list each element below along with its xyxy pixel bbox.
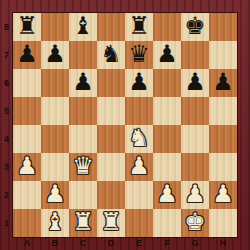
black-knight: ♞ <box>97 41 125 69</box>
square-g5[interactable] <box>181 97 209 125</box>
black-pawn: ♟ <box>125 69 153 97</box>
black-queen: ♛ <box>125 41 153 69</box>
square-b1[interactable]: ♝ <box>41 209 69 237</box>
file-label-f: F <box>153 237 181 250</box>
square-c8[interactable]: ♝ <box>69 13 97 41</box>
square-b8[interactable] <box>41 13 69 41</box>
square-g3[interactable] <box>181 153 209 181</box>
rank-label-8: 8 <box>0 13 13 41</box>
square-b3[interactable] <box>41 153 69 181</box>
black-king: ♚ <box>181 13 209 41</box>
square-g6[interactable]: ♟ <box>181 69 209 97</box>
black-pawn: ♟ <box>69 69 97 97</box>
square-d4[interactable] <box>97 125 125 153</box>
square-h3[interactable] <box>209 153 237 181</box>
square-f1[interactable] <box>153 209 181 237</box>
white-rook: ♜ <box>69 209 97 237</box>
file-label-c: C <box>69 237 97 250</box>
black-rook: ♜ <box>13 13 41 41</box>
square-h8[interactable] <box>209 13 237 41</box>
square-a6[interactable] <box>13 69 41 97</box>
square-d8[interactable] <box>97 13 125 41</box>
square-c4[interactable] <box>69 125 97 153</box>
black-pawn: ♟ <box>209 69 237 97</box>
square-f6[interactable] <box>153 69 181 97</box>
square-d6[interactable] <box>97 69 125 97</box>
square-f7[interactable]: ♟ <box>153 41 181 69</box>
square-h2[interactable]: ♟ <box>209 181 237 209</box>
square-c1[interactable]: ♜ <box>69 209 97 237</box>
square-b4[interactable] <box>41 125 69 153</box>
square-b5[interactable] <box>41 97 69 125</box>
white-king: ♚ <box>181 209 209 237</box>
black-pawn: ♟ <box>41 41 69 69</box>
square-f2[interactable]: ♟ <box>153 181 181 209</box>
file-labels: ABCDEFGH <box>13 237 237 250</box>
square-d2[interactable] <box>97 181 125 209</box>
square-e3[interactable]: ♟ <box>125 153 153 181</box>
square-c7[interactable] <box>69 41 97 69</box>
chess-board: ♜♝♜♚♟♟♞♛♟♟♟♟♟♞♟♛♟♟♟♟♟♝♜♜♚ <box>13 13 237 237</box>
square-e8[interactable]: ♜ <box>125 13 153 41</box>
black-bishop: ♝ <box>69 13 97 41</box>
white-pawn: ♟ <box>181 181 209 209</box>
white-pawn: ♟ <box>209 181 237 209</box>
rank-label-4: 4 <box>0 125 13 153</box>
white-queen: ♛ <box>69 153 97 181</box>
rank-label-2: 2 <box>0 181 13 209</box>
white-bishop: ♝ <box>41 209 69 237</box>
chessboard-frame: 87654321 ♜♝♜♚♟♟♞♛♟♟♟♟♟♞♟♛♟♟♟♟♟♝♜♜♚ ABCDE… <box>0 0 250 250</box>
white-pawn: ♟ <box>13 153 41 181</box>
square-a8[interactable]: ♜ <box>13 13 41 41</box>
square-f3[interactable] <box>153 153 181 181</box>
square-a1[interactable] <box>13 209 41 237</box>
square-b7[interactable]: ♟ <box>41 41 69 69</box>
square-d7[interactable]: ♞ <box>97 41 125 69</box>
square-g2[interactable]: ♟ <box>181 181 209 209</box>
square-d1[interactable]: ♜ <box>97 209 125 237</box>
white-pawn: ♟ <box>153 181 181 209</box>
rank-labels: 87654321 <box>0 13 13 237</box>
file-label-b: B <box>41 237 69 250</box>
rank-label-1: 1 <box>0 209 13 237</box>
white-knight: ♞ <box>125 125 153 153</box>
square-c3[interactable]: ♛ <box>69 153 97 181</box>
white-pawn: ♟ <box>125 153 153 181</box>
white-pawn: ♟ <box>41 181 69 209</box>
square-h4[interactable] <box>209 125 237 153</box>
square-d5[interactable] <box>97 97 125 125</box>
file-label-h: H <box>209 237 237 250</box>
square-e1[interactable] <box>125 209 153 237</box>
file-label-a: A <box>13 237 41 250</box>
square-a2[interactable] <box>13 181 41 209</box>
square-e6[interactable]: ♟ <box>125 69 153 97</box>
square-c5[interactable] <box>69 97 97 125</box>
square-d3[interactable] <box>97 153 125 181</box>
square-c6[interactable]: ♟ <box>69 69 97 97</box>
file-label-d: D <box>97 237 125 250</box>
square-a3[interactable]: ♟ <box>13 153 41 181</box>
rank-label-7: 7 <box>0 41 13 69</box>
rank-label-5: 5 <box>0 97 13 125</box>
white-rook: ♜ <box>97 209 125 237</box>
black-rook: ♜ <box>125 13 153 41</box>
square-c2[interactable] <box>69 181 97 209</box>
square-a5[interactable] <box>13 97 41 125</box>
square-b6[interactable] <box>41 69 69 97</box>
black-pawn: ♟ <box>181 69 209 97</box>
square-e2[interactable] <box>125 181 153 209</box>
square-h6[interactable]: ♟ <box>209 69 237 97</box>
square-h1[interactable] <box>209 209 237 237</box>
file-label-g: G <box>181 237 209 250</box>
square-h7[interactable] <box>209 41 237 69</box>
square-f4[interactable] <box>153 125 181 153</box>
rank-label-3: 3 <box>0 153 13 181</box>
square-g7[interactable] <box>181 41 209 69</box>
square-e4[interactable]: ♞ <box>125 125 153 153</box>
square-e7[interactable]: ♛ <box>125 41 153 69</box>
file-label-e: E <box>125 237 153 250</box>
black-pawn: ♟ <box>153 41 181 69</box>
square-e5[interactable] <box>125 97 153 125</box>
black-pawn: ♟ <box>13 41 41 69</box>
square-h5[interactable] <box>209 97 237 125</box>
square-f5[interactable] <box>153 97 181 125</box>
square-g8[interactable]: ♚ <box>181 13 209 41</box>
square-b2[interactable]: ♟ <box>41 181 69 209</box>
rank-label-6: 6 <box>0 69 13 97</box>
square-g1[interactable]: ♚ <box>181 209 209 237</box>
square-f8[interactable] <box>153 13 181 41</box>
square-g4[interactable] <box>181 125 209 153</box>
square-a4[interactable] <box>13 125 41 153</box>
square-a7[interactable]: ♟ <box>13 41 41 69</box>
